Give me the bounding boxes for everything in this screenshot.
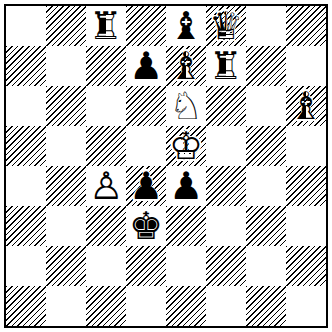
chess-board: ♜♜♖♝♝♛♛♕♟♟♝♝♗♜♜♖♞♘♝♝♗♚♔♟♙♟♟♟♟♚♚ <box>6 6 326 326</box>
neutral-white-half: ♗ <box>166 46 206 86</box>
square-d2 <box>126 246 166 286</box>
square-h5 <box>286 126 326 166</box>
square-a1 <box>6 286 46 326</box>
piece-white-halo: ♝ <box>163 43 209 89</box>
piece-white-halo: ♟ <box>123 43 169 89</box>
neutral-black-half: ♛ <box>206 6 246 46</box>
neutral-white-half: ♖ <box>206 46 246 86</box>
neutral-white-half: ♖ <box>86 6 126 46</box>
piece-white-halo: ♟ <box>163 163 209 209</box>
white-pawn-piece: ♟♙ <box>86 166 126 206</box>
square-h6: ♝♝♗ <box>286 86 326 126</box>
piece-white-halo: ♞ <box>163 83 209 129</box>
square-c5 <box>86 126 126 166</box>
square-c7 <box>86 46 126 86</box>
square-h8 <box>286 6 326 46</box>
square-c1 <box>86 286 126 326</box>
square-d4: ♟♟ <box>126 166 166 206</box>
square-g4 <box>246 166 286 206</box>
square-f5 <box>206 126 246 166</box>
square-b7 <box>46 46 86 86</box>
neutral-queen-piece: ♛♛♕ <box>206 6 246 46</box>
piece-glyph: ♚ <box>126 206 166 246</box>
square-e1 <box>166 286 206 326</box>
piece-white-halo: ♜ <box>83 3 129 49</box>
square-e8: ♝♝ <box>166 6 206 46</box>
square-a5 <box>6 126 46 166</box>
square-f7: ♜♜♖ <box>206 46 246 86</box>
neutral-bishop-piece: ♝♝♗ <box>286 86 326 126</box>
square-g2 <box>246 246 286 286</box>
square-h3 <box>286 206 326 246</box>
square-b8 <box>46 6 86 46</box>
piece-white-halo: ♜ <box>203 43 249 89</box>
square-h4 <box>286 166 326 206</box>
neutral-rook-piece: ♜♜♖ <box>86 6 126 46</box>
piece-white-halo: ♟ <box>123 163 169 209</box>
black-pawn-piece: ♟♟ <box>166 166 206 206</box>
neutral-black-half: ♝ <box>166 46 206 86</box>
board-frame: ♜♜♖♝♝♛♛♕♟♟♝♝♗♜♜♖♞♘♝♝♗♚♔♟♙♟♟♟♟♚♚ <box>4 4 328 328</box>
piece-glyph: ♟ <box>166 166 206 206</box>
square-f8: ♛♛♕ <box>206 6 246 46</box>
square-d6 <box>126 86 166 126</box>
neutral-black-half: ♝ <box>286 86 326 126</box>
square-e6: ♞♘ <box>166 86 206 126</box>
square-b6 <box>46 86 86 126</box>
square-f3 <box>206 206 246 246</box>
square-c8: ♜♜♖ <box>86 6 126 46</box>
square-c4: ♟♙ <box>86 166 126 206</box>
chess-diagram: ♜♜♖♝♝♛♛♕♟♟♝♝♗♜♜♖♞♘♝♝♗♚♔♟♙♟♟♟♟♚♚ <box>0 0 332 332</box>
square-b2 <box>46 246 86 286</box>
neutral-black-half: ♜ <box>206 46 246 86</box>
black-bishop-piece: ♝♝ <box>166 6 206 46</box>
piece-white-halo: ♝ <box>163 3 209 49</box>
square-c2 <box>86 246 126 286</box>
square-a4 <box>6 166 46 206</box>
black-king-piece: ♚♚ <box>126 206 166 246</box>
square-e3 <box>166 206 206 246</box>
square-g3 <box>246 206 286 246</box>
neutral-white-half: ♕ <box>206 6 246 46</box>
square-h2 <box>286 246 326 286</box>
piece-white-halo: ♝ <box>283 83 329 129</box>
square-b5 <box>46 126 86 166</box>
square-b1 <box>46 286 86 326</box>
piece-white-halo: ♟ <box>83 163 129 209</box>
piece-glyph: ♝ <box>166 6 206 46</box>
piece-glyph: ♙ <box>86 166 126 206</box>
square-d5 <box>126 126 166 166</box>
white-knight-piece: ♞♘ <box>166 86 206 126</box>
piece-glyph: ♘ <box>166 86 206 126</box>
square-a2 <box>6 246 46 286</box>
square-f6 <box>206 86 246 126</box>
square-c6 <box>86 86 126 126</box>
square-a7 <box>6 46 46 86</box>
square-d3: ♚♚ <box>126 206 166 246</box>
white-king-piece: ♚♔ <box>166 126 206 166</box>
square-b3 <box>46 206 86 246</box>
neutral-black-half: ♜ <box>86 6 126 46</box>
piece-glyph: ♟ <box>126 46 166 86</box>
square-e5: ♚♔ <box>166 126 206 166</box>
square-a6 <box>6 86 46 126</box>
black-pawn-piece: ♟♟ <box>126 46 166 86</box>
black-pawn-piece: ♟♟ <box>126 166 166 206</box>
square-g8 <box>246 6 286 46</box>
square-b4 <box>46 166 86 206</box>
square-h1 <box>286 286 326 326</box>
square-c3 <box>86 206 126 246</box>
piece-white-halo: ♛ <box>203 3 249 49</box>
square-e4: ♟♟ <box>166 166 206 206</box>
square-f4 <box>206 166 246 206</box>
square-e2 <box>166 246 206 286</box>
square-f2 <box>206 246 246 286</box>
square-g6 <box>246 86 286 126</box>
piece-glyph: ♟ <box>126 166 166 206</box>
square-h7 <box>286 46 326 86</box>
square-g7 <box>246 46 286 86</box>
piece-white-halo: ♚ <box>123 203 169 249</box>
square-g1 <box>246 286 286 326</box>
square-d1 <box>126 286 166 326</box>
neutral-white-half: ♗ <box>286 86 326 126</box>
piece-white-halo: ♚ <box>163 123 209 169</box>
square-d7: ♟♟ <box>126 46 166 86</box>
neutral-bishop-piece: ♝♝♗ <box>166 46 206 86</box>
square-e7: ♝♝♗ <box>166 46 206 86</box>
square-d8 <box>126 6 166 46</box>
piece-glyph: ♔ <box>166 126 206 166</box>
square-a3 <box>6 206 46 246</box>
square-f1 <box>206 286 246 326</box>
square-a8 <box>6 6 46 46</box>
neutral-rook-piece: ♜♜♖ <box>206 46 246 86</box>
square-g5 <box>246 126 286 166</box>
